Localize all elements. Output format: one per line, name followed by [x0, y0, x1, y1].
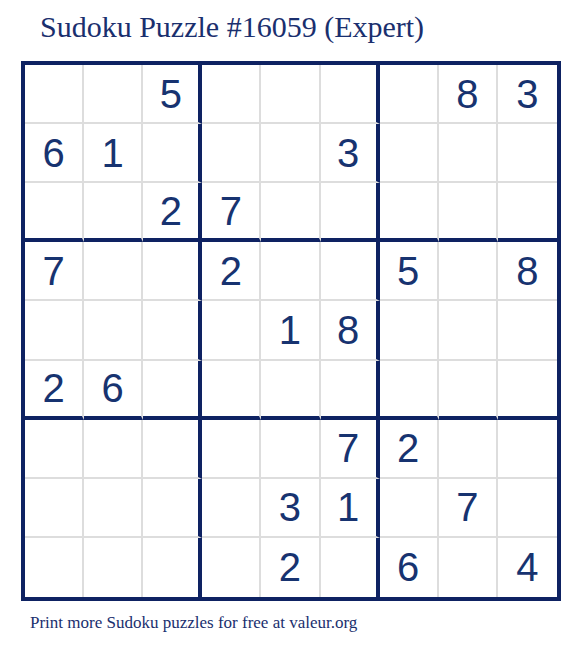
cell-r5c8: [439, 301, 498, 360]
cell-r4c9: 8: [498, 242, 557, 301]
cell-r9c4: [202, 538, 261, 597]
cell-r1c5: [261, 65, 320, 124]
cell-r5c9: [498, 301, 557, 360]
cell-r7c6: 7: [321, 420, 380, 479]
cell-r1c6: [321, 65, 380, 124]
cell-r1c4: [202, 65, 261, 124]
sudoku-board: 583613277258182672317264: [21, 61, 561, 601]
cell-r5c1: [25, 301, 84, 360]
cell-r3c6: [321, 183, 380, 242]
cell-r9c6: [321, 538, 380, 597]
cell-r8c1: [25, 479, 84, 538]
cell-r2c4: [202, 124, 261, 183]
cell-r8c2: [84, 479, 143, 538]
cell-r4c7: 5: [380, 242, 439, 301]
cell-r6c3: [143, 361, 202, 420]
cell-r8c6: 1: [321, 479, 380, 538]
cell-r8c8: 7: [439, 479, 498, 538]
cell-r9c2: [84, 538, 143, 597]
page-title: Sudoku Puzzle #16059 (Expert): [40, 10, 424, 44]
cell-r9c7: 6: [380, 538, 439, 597]
cell-r2c1: 6: [25, 124, 84, 183]
cell-r3c3: 2: [143, 183, 202, 242]
cell-r3c8: [439, 183, 498, 242]
cell-r4c3: [143, 242, 202, 301]
cell-r6c5: [261, 361, 320, 420]
cell-r2c6: 3: [321, 124, 380, 183]
cell-r3c4: 7: [202, 183, 261, 242]
cell-r7c5: [261, 420, 320, 479]
cell-r6c2: 6: [84, 361, 143, 420]
cell-r9c1: [25, 538, 84, 597]
cell-r3c2: [84, 183, 143, 242]
cell-r2c3: [143, 124, 202, 183]
cell-r5c2: [84, 301, 143, 360]
cell-r6c6: [321, 361, 380, 420]
cell-r7c4: [202, 420, 261, 479]
cell-r1c9: 3: [498, 65, 557, 124]
cell-r8c3: [143, 479, 202, 538]
cell-r5c6: 8: [321, 301, 380, 360]
cell-r6c8: [439, 361, 498, 420]
cell-r6c9: [498, 361, 557, 420]
cell-r9c5: 2: [261, 538, 320, 597]
cell-r2c7: [380, 124, 439, 183]
cell-r4c2: [84, 242, 143, 301]
cell-r6c7: [380, 361, 439, 420]
cell-r4c5: [261, 242, 320, 301]
cell-r8c5: 3: [261, 479, 320, 538]
cell-r3c7: [380, 183, 439, 242]
cell-r5c3: [143, 301, 202, 360]
cell-r9c3: [143, 538, 202, 597]
cell-r1c1: [25, 65, 84, 124]
cell-r7c7: 2: [380, 420, 439, 479]
cell-r1c3: 5: [143, 65, 202, 124]
cell-r7c1: [25, 420, 84, 479]
cell-r5c4: [202, 301, 261, 360]
cell-r2c5: [261, 124, 320, 183]
cell-r3c5: [261, 183, 320, 242]
cell-r2c8: [439, 124, 498, 183]
cell-r7c3: [143, 420, 202, 479]
cell-r7c9: [498, 420, 557, 479]
cell-r6c4: [202, 361, 261, 420]
cell-r5c5: 1: [261, 301, 320, 360]
cell-r8c4: [202, 479, 261, 538]
cell-r4c4: 2: [202, 242, 261, 301]
cell-r4c6: [321, 242, 380, 301]
cell-r6c1: 2: [25, 361, 84, 420]
cell-r2c9: [498, 124, 557, 183]
cell-r9c9: 4: [498, 538, 557, 597]
cell-r8c7: [380, 479, 439, 538]
cell-r5c7: [380, 301, 439, 360]
cell-r2c2: 1: [84, 124, 143, 183]
cell-r4c1: 7: [25, 242, 84, 301]
cell-r9c8: [439, 538, 498, 597]
cell-r3c9: [498, 183, 557, 242]
cell-r7c2: [84, 420, 143, 479]
cell-r7c8: [439, 420, 498, 479]
cell-r8c9: [498, 479, 557, 538]
cell-r3c1: [25, 183, 84, 242]
cell-r1c2: [84, 65, 143, 124]
cell-r1c7: [380, 65, 439, 124]
cell-r4c8: [439, 242, 498, 301]
cell-r1c8: 8: [439, 65, 498, 124]
footer-text: Print more Sudoku puzzles for free at va…: [30, 613, 357, 633]
